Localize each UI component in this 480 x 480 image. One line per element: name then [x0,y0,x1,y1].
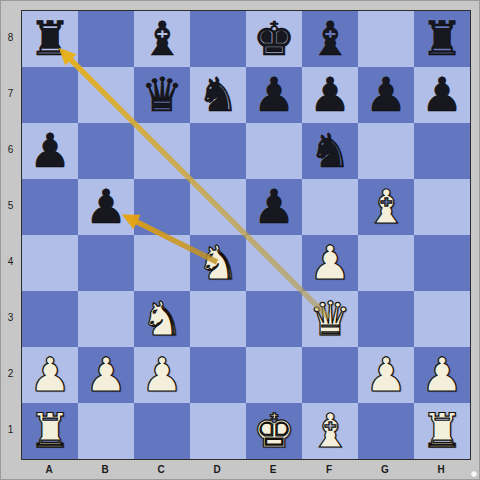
square-h4[interactable] [414,235,470,291]
square-h8[interactable]: ♜ [414,11,470,67]
square-c6[interactable] [134,123,190,179]
white-rook-a1[interactable]: ♜ [29,403,71,459]
square-g6[interactable] [358,123,414,179]
black-queen-c7[interactable]: ♛ [141,67,183,123]
square-h7[interactable]: ♟ [414,67,470,123]
white-king-e1[interactable]: ♚ [253,403,295,459]
square-b4[interactable] [78,235,134,291]
black-bishop-c8[interactable]: ♝ [141,11,183,67]
white-bishop-g5[interactable]: ♝ [365,179,407,235]
file-label-b: B [77,461,133,479]
square-g8[interactable] [358,11,414,67]
square-a3[interactable] [22,291,78,347]
square-e2[interactable] [246,347,302,403]
square-f1[interactable]: ♝ [302,403,358,459]
white-knight-d4[interactable]: ♞ [197,235,239,291]
square-d2[interactable] [190,347,246,403]
rank-label-1: 1 [1,402,20,458]
rank-label-5: 5 [1,178,20,234]
white-queen-f3[interactable]: ♛ [309,291,351,347]
square-d6[interactable] [190,123,246,179]
rank-label-6: 6 [1,122,20,178]
white-pawn-a2[interactable]: ♟ [29,347,71,403]
file-label-g: G [357,461,413,479]
square-e5[interactable]: ♟ [246,179,302,235]
white-pawn-f4[interactable]: ♟ [309,235,351,291]
black-king-e8[interactable]: ♚ [253,11,295,67]
square-g1[interactable] [358,403,414,459]
black-rook-h8[interactable]: ♜ [421,11,463,67]
square-g3[interactable] [358,291,414,347]
square-h3[interactable] [414,291,470,347]
square-f3[interactable]: ♛ [302,291,358,347]
white-pawn-c2[interactable]: ♟ [141,347,183,403]
square-c1[interactable] [134,403,190,459]
square-b7[interactable] [78,67,134,123]
square-a8[interactable]: ♜ [22,11,78,67]
square-d7[interactable]: ♞ [190,67,246,123]
file-label-f: F [301,461,357,479]
square-g7[interactable]: ♟ [358,67,414,123]
black-knight-d7[interactable]: ♞ [197,67,239,123]
square-a6[interactable]: ♟ [22,123,78,179]
square-e3[interactable] [246,291,302,347]
file-label-c: C [133,461,189,479]
square-a2[interactable]: ♟ [22,347,78,403]
square-b1[interactable] [78,403,134,459]
square-f2[interactable] [302,347,358,403]
white-pawn-h2[interactable]: ♟ [421,347,463,403]
square-d4[interactable]: ♞ [190,235,246,291]
square-c2[interactable]: ♟ [134,347,190,403]
square-a4[interactable] [22,235,78,291]
square-h2[interactable]: ♟ [414,347,470,403]
square-b5[interactable]: ♟ [78,179,134,235]
square-b2[interactable]: ♟ [78,347,134,403]
square-f8[interactable]: ♝ [302,11,358,67]
square-a1[interactable]: ♜ [22,403,78,459]
square-g5[interactable]: ♝ [358,179,414,235]
square-c4[interactable] [134,235,190,291]
square-b8[interactable] [78,11,134,67]
square-e6[interactable] [246,123,302,179]
rank-label-7: 7 [1,66,20,122]
square-c3[interactable]: ♞ [134,291,190,347]
square-h1[interactable]: ♜ [414,403,470,459]
white-pawn-b2[interactable]: ♟ [85,347,127,403]
black-rook-a8[interactable]: ♜ [29,11,71,67]
square-e1[interactable]: ♚ [246,403,302,459]
file-label-d: D [189,461,245,479]
square-d3[interactable] [190,291,246,347]
file-label-h: H [413,461,469,479]
white-rook-h1[interactable]: ♜ [421,403,463,459]
square-c5[interactable] [134,179,190,235]
square-a7[interactable] [22,67,78,123]
rank-label-8: 8 [1,10,20,66]
square-c7[interactable]: ♛ [134,67,190,123]
black-pawn-f7[interactable]: ♟ [309,67,351,123]
square-e7[interactable]: ♟ [246,67,302,123]
square-g2[interactable]: ♟ [358,347,414,403]
square-f5[interactable] [302,179,358,235]
black-pawn-e5[interactable]: ♟ [253,179,295,235]
square-b3[interactable] [78,291,134,347]
black-pawn-b5[interactable]: ♟ [85,179,127,235]
square-f4[interactable]: ♟ [302,235,358,291]
square-b6[interactable] [78,123,134,179]
rank-label-3: 3 [1,290,20,346]
white-knight-c3[interactable]: ♞ [141,291,183,347]
black-pawn-h7[interactable]: ♟ [421,67,463,123]
square-c8[interactable]: ♝ [134,11,190,67]
square-a5[interactable] [22,179,78,235]
square-e4[interactable] [246,235,302,291]
square-h6[interactable] [414,123,470,179]
square-h5[interactable] [414,179,470,235]
resize-grip-dot [471,471,477,477]
square-d8[interactable] [190,11,246,67]
square-f7[interactable]: ♟ [302,67,358,123]
chessboard-frame: ♜♝♚♝♜♛♞♟♟♟♟♟♞♟♟♝♞♟♞♛♟♟♟♟♟♜♚♝♜ 87654321 A… [0,0,480,480]
white-pawn-g2[interactable]: ♟ [365,347,407,403]
board: ♜♝♚♝♜♛♞♟♟♟♟♟♞♟♟♝♞♟♞♛♟♟♟♟♟♜♚♝♜ [21,10,471,460]
square-d1[interactable] [190,403,246,459]
black-bishop-f8[interactable]: ♝ [309,11,351,67]
file-label-a: A [21,461,77,479]
black-pawn-g7[interactable]: ♟ [365,67,407,123]
square-d5[interactable] [190,179,246,235]
square-g4[interactable] [358,235,414,291]
black-pawn-a6[interactable]: ♟ [29,123,71,179]
black-pawn-e7[interactable]: ♟ [253,67,295,123]
white-bishop-f1[interactable]: ♝ [309,403,351,459]
black-knight-f6[interactable]: ♞ [309,123,351,179]
square-e8[interactable]: ♚ [246,11,302,67]
rank-label-4: 4 [1,234,20,290]
square-f6[interactable]: ♞ [302,123,358,179]
rank-label-2: 2 [1,346,20,402]
file-label-e: E [245,461,301,479]
